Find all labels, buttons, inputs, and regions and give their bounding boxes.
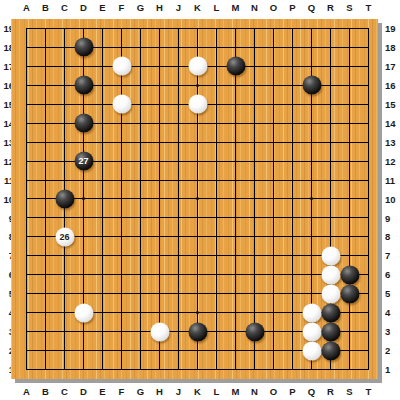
board-intersection[interactable]	[340, 208, 359, 227]
board-intersection[interactable]	[112, 171, 131, 190]
board-intersection[interactable]	[321, 208, 340, 227]
board-intersection[interactable]	[169, 57, 188, 76]
board-intersection[interactable]	[17, 341, 36, 360]
board-intersection[interactable]	[226, 152, 245, 171]
board-intersection[interactable]	[340, 341, 359, 360]
board-intersection[interactable]	[131, 76, 150, 95]
board-intersection[interactable]	[188, 246, 207, 265]
board-intersection[interactable]	[207, 190, 226, 209]
board-intersection[interactable]	[188, 341, 207, 360]
board-intersection[interactable]	[93, 284, 112, 303]
board-intersection[interactable]	[302, 95, 321, 114]
board-intersection[interactable]	[302, 57, 321, 76]
board-intersection[interactable]	[131, 322, 150, 341]
board-intersection[interactable]	[74, 227, 93, 246]
board-intersection[interactable]	[17, 208, 36, 227]
board-intersection[interactable]	[150, 246, 169, 265]
board-intersection[interactable]	[74, 95, 93, 114]
board-intersection[interactable]	[55, 76, 74, 95]
board-intersection[interactable]	[131, 114, 150, 133]
board-intersection[interactable]	[245, 57, 264, 76]
board-intersection[interactable]	[245, 284, 264, 303]
board-intersection[interactable]	[321, 76, 340, 95]
board-intersection[interactable]	[245, 76, 264, 95]
board-intersection[interactable]	[74, 76, 93, 95]
board-intersection[interactable]	[93, 152, 112, 171]
board-intersection[interactable]	[93, 303, 112, 322]
board-intersection[interactable]	[283, 360, 302, 379]
board-intersection[interactable]	[150, 95, 169, 114]
board-intersection[interactable]	[207, 38, 226, 57]
board-intersection[interactable]	[188, 171, 207, 190]
board-intersection[interactable]	[74, 114, 93, 133]
board-intersection[interactable]	[359, 284, 378, 303]
board-intersection[interactable]	[150, 284, 169, 303]
board-intersection[interactable]	[264, 114, 283, 133]
board-intersection[interactable]	[359, 303, 378, 322]
board-intersection[interactable]	[302, 284, 321, 303]
board-intersection[interactable]	[321, 227, 340, 246]
board-intersection[interactable]	[93, 133, 112, 152]
board-intersection[interactable]	[55, 322, 74, 341]
board-intersection[interactable]	[74, 265, 93, 284]
board-intersection[interactable]	[188, 57, 207, 76]
board-intersection[interactable]	[188, 190, 207, 209]
board-intersection[interactable]	[131, 190, 150, 209]
board-intersection[interactable]	[321, 57, 340, 76]
board-intersection[interactable]	[340, 246, 359, 265]
board-intersection[interactable]	[17, 227, 36, 246]
board-intersection[interactable]	[302, 322, 321, 341]
board-intersection[interactable]	[264, 265, 283, 284]
board-intersection[interactable]	[93, 76, 112, 95]
board-intersection[interactable]	[36, 284, 55, 303]
board-intersection[interactable]	[245, 19, 264, 38]
board-intersection[interactable]	[321, 171, 340, 190]
board-intersection[interactable]	[302, 360, 321, 379]
board-intersection[interactable]	[55, 190, 74, 209]
board-intersection[interactable]	[36, 57, 55, 76]
board-intersection[interactable]	[150, 38, 169, 57]
board-intersection[interactable]	[93, 190, 112, 209]
board-intersection[interactable]	[207, 171, 226, 190]
board-intersection[interactable]	[321, 152, 340, 171]
board-intersection[interactable]	[112, 360, 131, 379]
board-intersection[interactable]	[150, 57, 169, 76]
board-intersection[interactable]	[55, 265, 74, 284]
board-intersection[interactable]	[264, 341, 283, 360]
board-intersection[interactable]	[283, 114, 302, 133]
board-intersection[interactable]	[112, 152, 131, 171]
board-intersection[interactable]	[17, 171, 36, 190]
board-intersection[interactable]	[150, 152, 169, 171]
board-intersection[interactable]	[321, 303, 340, 322]
board-intersection[interactable]	[283, 227, 302, 246]
board-intersection[interactable]	[245, 227, 264, 246]
board-intersection[interactable]	[245, 95, 264, 114]
board-intersection[interactable]	[321, 19, 340, 38]
board-intersection[interactable]	[55, 341, 74, 360]
board-intersection[interactable]	[55, 152, 74, 171]
board-intersection[interactable]	[112, 133, 131, 152]
board-intersection[interactable]	[188, 284, 207, 303]
board-intersection[interactable]	[169, 246, 188, 265]
board-intersection[interactable]	[302, 208, 321, 227]
board-intersection[interactable]	[226, 76, 245, 95]
board-intersection[interactable]	[150, 76, 169, 95]
board-intersection[interactable]	[17, 265, 36, 284]
board-intersection[interactable]	[245, 246, 264, 265]
board-intersection[interactable]	[55, 19, 74, 38]
board-intersection[interactable]	[17, 190, 36, 209]
board-intersection[interactable]	[131, 171, 150, 190]
board-intersection[interactable]	[207, 152, 226, 171]
board-intersection[interactable]	[150, 114, 169, 133]
board-intersection[interactable]	[359, 114, 378, 133]
board-intersection[interactable]	[245, 360, 264, 379]
board-intersection[interactable]	[169, 208, 188, 227]
board-intersection[interactable]	[226, 303, 245, 322]
board-intersection[interactable]	[150, 190, 169, 209]
board-intersection[interactable]	[150, 341, 169, 360]
board-intersection[interactable]	[188, 95, 207, 114]
board-intersection[interactable]	[264, 95, 283, 114]
board-intersection[interactable]	[264, 227, 283, 246]
board-intersection[interactable]	[283, 38, 302, 57]
board-intersection[interactable]	[340, 38, 359, 57]
board-intersection[interactable]	[36, 227, 55, 246]
board-intersection[interactable]	[36, 76, 55, 95]
board-intersection[interactable]	[169, 265, 188, 284]
board-intersection[interactable]: 26	[55, 227, 74, 246]
board-intersection[interactable]	[340, 360, 359, 379]
board-intersection[interactable]	[188, 360, 207, 379]
board-intersection[interactable]	[93, 171, 112, 190]
board-intersection[interactable]	[112, 322, 131, 341]
board-intersection[interactable]	[302, 133, 321, 152]
board-intersection[interactable]	[321, 95, 340, 114]
board-intersection[interactable]	[55, 284, 74, 303]
board-intersection[interactable]	[74, 341, 93, 360]
board-intersection[interactable]	[264, 190, 283, 209]
board-intersection[interactable]	[55, 133, 74, 152]
board-intersection[interactable]	[302, 38, 321, 57]
board-intersection[interactable]	[150, 171, 169, 190]
board-intersection[interactable]	[264, 171, 283, 190]
board-intersection[interactable]	[112, 303, 131, 322]
board-intersection[interactable]	[112, 19, 131, 38]
board-intersection[interactable]	[93, 341, 112, 360]
board-intersection[interactable]	[302, 190, 321, 209]
board-intersection[interactable]	[283, 322, 302, 341]
board-intersection[interactable]	[264, 303, 283, 322]
board-intersection[interactable]	[283, 341, 302, 360]
board-intersection[interactable]	[17, 19, 36, 38]
board-intersection[interactable]	[36, 246, 55, 265]
board-intersection[interactable]	[359, 19, 378, 38]
board-intersection[interactable]	[359, 171, 378, 190]
board-intersection[interactable]	[131, 38, 150, 57]
board-intersection[interactable]	[226, 265, 245, 284]
board-intersection[interactable]	[74, 303, 93, 322]
board-intersection[interactable]	[207, 341, 226, 360]
board-intersection[interactable]	[226, 57, 245, 76]
board-intersection[interactable]	[359, 265, 378, 284]
board-intersection[interactable]	[245, 133, 264, 152]
board-intersection[interactable]	[207, 246, 226, 265]
board-intersection[interactable]	[188, 19, 207, 38]
board-intersection[interactable]	[188, 227, 207, 246]
board-intersection[interactable]	[359, 227, 378, 246]
board-intersection[interactable]	[188, 303, 207, 322]
board-intersection[interactable]	[245, 114, 264, 133]
board-intersection[interactable]	[112, 246, 131, 265]
board-intersection[interactable]	[112, 76, 131, 95]
board-intersection[interactable]	[359, 322, 378, 341]
board-intersection[interactable]	[321, 284, 340, 303]
board-intersection[interactable]	[131, 95, 150, 114]
board-intersection[interactable]	[169, 171, 188, 190]
board-intersection[interactable]	[264, 246, 283, 265]
board-intersection[interactable]	[283, 57, 302, 76]
board-intersection[interactable]	[131, 360, 150, 379]
board-intersection[interactable]	[169, 227, 188, 246]
board-intersection[interactable]	[112, 208, 131, 227]
board-intersection[interactable]	[340, 284, 359, 303]
board-intersection[interactable]	[36, 360, 55, 379]
board-intersection[interactable]	[17, 284, 36, 303]
board-intersection[interactable]	[188, 152, 207, 171]
board-intersection[interactable]	[17, 303, 36, 322]
board-intersection[interactable]	[302, 227, 321, 246]
board-intersection[interactable]	[283, 284, 302, 303]
board-intersection[interactable]	[264, 322, 283, 341]
board-intersection[interactable]	[36, 303, 55, 322]
board-intersection[interactable]	[226, 360, 245, 379]
board-intersection[interactable]	[226, 133, 245, 152]
board-intersection[interactable]	[207, 360, 226, 379]
board-intersection[interactable]	[359, 341, 378, 360]
board-intersection[interactable]	[55, 38, 74, 57]
board-intersection[interactable]	[321, 265, 340, 284]
board-intersection[interactable]	[245, 190, 264, 209]
board-intersection[interactable]	[226, 322, 245, 341]
board-intersection[interactable]	[245, 152, 264, 171]
board-intersection[interactable]	[207, 303, 226, 322]
board-intersection[interactable]	[264, 38, 283, 57]
board-intersection[interactable]	[169, 360, 188, 379]
board-intersection[interactable]	[55, 171, 74, 190]
board-intersection[interactable]	[283, 152, 302, 171]
board-intersection[interactable]	[131, 152, 150, 171]
board-intersection[interactable]	[131, 57, 150, 76]
board-intersection[interactable]	[340, 171, 359, 190]
board-intersection[interactable]	[74, 38, 93, 57]
board-intersection[interactable]	[321, 133, 340, 152]
board-intersection[interactable]	[150, 208, 169, 227]
board-intersection[interactable]	[207, 265, 226, 284]
board-intersection[interactable]	[17, 95, 36, 114]
board-intersection[interactable]	[188, 114, 207, 133]
board-intersection[interactable]	[302, 341, 321, 360]
board-intersection[interactable]	[17, 322, 36, 341]
board-intersection[interactable]	[264, 208, 283, 227]
board-intersection[interactable]	[359, 95, 378, 114]
board-intersection[interactable]	[150, 303, 169, 322]
board-intersection[interactable]	[264, 284, 283, 303]
board-intersection[interactable]	[340, 322, 359, 341]
board-intersection[interactable]	[340, 265, 359, 284]
board-intersection[interactable]	[283, 303, 302, 322]
board-intersection[interactable]	[207, 57, 226, 76]
board-intersection[interactable]	[359, 246, 378, 265]
board-intersection[interactable]	[169, 341, 188, 360]
board-intersection[interactable]	[36, 208, 55, 227]
board-intersection[interactable]	[340, 133, 359, 152]
board-intersection[interactable]	[36, 171, 55, 190]
board-intersection[interactable]	[55, 57, 74, 76]
board-intersection[interactable]	[169, 133, 188, 152]
board-intersection[interactable]	[150, 19, 169, 38]
board-intersection[interactable]	[188, 322, 207, 341]
board-intersection[interactable]	[264, 57, 283, 76]
board-intersection[interactable]	[131, 208, 150, 227]
board-intersection[interactable]	[340, 190, 359, 209]
board-intersection[interactable]	[36, 265, 55, 284]
board-intersection[interactable]	[93, 246, 112, 265]
board-intersection[interactable]	[17, 246, 36, 265]
board-intersection[interactable]	[359, 208, 378, 227]
board-intersection[interactable]	[93, 322, 112, 341]
board-intersection[interactable]	[112, 265, 131, 284]
board-intersection[interactable]	[55, 95, 74, 114]
board-intersection[interactable]	[321, 341, 340, 360]
board-intersection[interactable]	[321, 246, 340, 265]
board-intersection[interactable]	[264, 76, 283, 95]
board-intersection[interactable]	[17, 114, 36, 133]
board-intersection[interactable]	[36, 38, 55, 57]
board-intersection[interactable]	[74, 190, 93, 209]
board-intersection[interactable]	[131, 303, 150, 322]
board-intersection[interactable]	[302, 76, 321, 95]
board-intersection[interactable]	[36, 95, 55, 114]
board-intersection[interactable]	[55, 360, 74, 379]
board-intersection[interactable]	[131, 246, 150, 265]
board-intersection[interactable]	[169, 284, 188, 303]
board-intersection[interactable]	[131, 19, 150, 38]
board-intersection[interactable]	[340, 114, 359, 133]
board-intersection[interactable]	[302, 303, 321, 322]
board-intersection[interactable]	[321, 322, 340, 341]
board-intersection[interactable]	[36, 133, 55, 152]
board-intersection[interactable]	[245, 208, 264, 227]
board-intersection[interactable]	[359, 133, 378, 152]
board-intersection[interactable]	[359, 152, 378, 171]
board-intersection[interactable]	[302, 152, 321, 171]
board-intersection[interactable]	[283, 265, 302, 284]
board-intersection[interactable]	[93, 38, 112, 57]
board-intersection[interactable]	[207, 227, 226, 246]
board-intersection[interactable]	[302, 114, 321, 133]
board-intersection[interactable]	[74, 246, 93, 265]
board-intersection[interactable]	[169, 19, 188, 38]
board-intersection[interactable]	[17, 76, 36, 95]
board-intersection[interactable]	[169, 190, 188, 209]
board-intersection[interactable]	[226, 95, 245, 114]
board-intersection[interactable]	[36, 19, 55, 38]
board-intersection[interactable]	[74, 284, 93, 303]
board-intersection[interactable]	[302, 171, 321, 190]
board-intersection[interactable]	[245, 303, 264, 322]
board-intersection[interactable]	[207, 284, 226, 303]
board-intersection[interactable]	[74, 57, 93, 76]
board-intersection[interactable]	[283, 246, 302, 265]
board-intersection[interactable]	[226, 284, 245, 303]
board-intersection[interactable]	[321, 114, 340, 133]
board-intersection[interactable]	[245, 322, 264, 341]
board-intersection[interactable]	[150, 227, 169, 246]
board-intersection[interactable]	[169, 95, 188, 114]
board-intersection[interactable]	[207, 95, 226, 114]
board-intersection[interactable]	[226, 208, 245, 227]
board-intersection[interactable]	[245, 171, 264, 190]
board-intersection[interactable]	[226, 246, 245, 265]
board-intersection[interactable]	[74, 171, 93, 190]
board-intersection[interactable]	[112, 227, 131, 246]
board-intersection[interactable]	[207, 19, 226, 38]
board-intersection[interactable]	[55, 114, 74, 133]
board-intersection[interactable]	[55, 208, 74, 227]
board-intersection[interactable]	[150, 133, 169, 152]
board-intersection[interactable]	[321, 190, 340, 209]
board-intersection[interactable]	[93, 360, 112, 379]
board-intersection[interactable]	[283, 208, 302, 227]
board-intersection[interactable]	[226, 19, 245, 38]
board-intersection[interactable]	[359, 76, 378, 95]
board-intersection[interactable]	[264, 133, 283, 152]
board-intersection[interactable]	[321, 360, 340, 379]
board-intersection[interactable]	[340, 19, 359, 38]
board-intersection[interactable]	[112, 341, 131, 360]
board-intersection[interactable]	[188, 76, 207, 95]
board-intersection[interactable]	[17, 133, 36, 152]
board-intersection[interactable]	[93, 227, 112, 246]
board-intersection[interactable]	[283, 19, 302, 38]
board-intersection[interactable]	[131, 227, 150, 246]
board-intersection[interactable]	[359, 360, 378, 379]
board-intersection[interactable]	[226, 227, 245, 246]
board-intersection[interactable]	[340, 303, 359, 322]
board-intersection[interactable]	[207, 322, 226, 341]
board-intersection[interactable]	[112, 114, 131, 133]
board-intersection[interactable]	[112, 38, 131, 57]
board-intersection[interactable]	[169, 38, 188, 57]
board-intersection[interactable]	[131, 341, 150, 360]
board-intersection[interactable]	[302, 19, 321, 38]
board-intersection[interactable]	[302, 246, 321, 265]
board-intersection[interactable]	[169, 114, 188, 133]
board-intersection[interactable]	[74, 360, 93, 379]
board-intersection[interactable]	[245, 265, 264, 284]
board-intersection[interactable]	[226, 190, 245, 209]
board-intersection[interactable]	[169, 152, 188, 171]
board-intersection[interactable]	[207, 208, 226, 227]
board-intersection[interactable]	[36, 152, 55, 171]
board-intersection[interactable]	[17, 57, 36, 76]
board-intersection[interactable]	[207, 114, 226, 133]
board-intersection[interactable]	[169, 322, 188, 341]
board-intersection[interactable]	[17, 152, 36, 171]
